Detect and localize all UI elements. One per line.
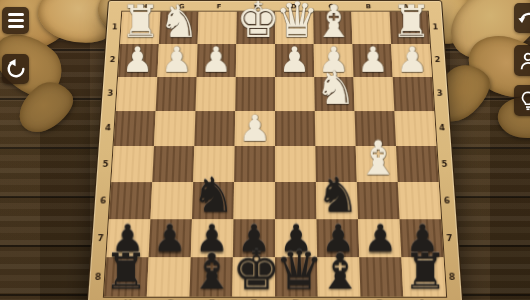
app-screen: HGFEDCBA 12345678 ♜♞♚♛♝♜♟♟♟♟♟♟♟♞♟♝♞♞♟♟♟♟…	[0, 0, 530, 300]
square-d4[interactable]	[275, 111, 315, 146]
black-queen-piece[interactable]: ♛	[275, 243, 318, 297]
square-h6[interactable]	[109, 182, 152, 219]
black-pawn-piece[interactable]: ♟	[359, 220, 401, 258]
square-h3[interactable]	[116, 77, 157, 111]
square-e6[interactable]	[233, 182, 275, 219]
square-h5[interactable]	[111, 146, 154, 182]
white-pawn-piece[interactable]: ♟	[393, 42, 432, 77]
redo-arrow-icon	[517, 7, 530, 29]
white-pawn-piece[interactable]: ♟	[353, 42, 392, 77]
chess-board[interactable]: HGFEDCBA 12345678 ♜♞♚♛♝♜♟♟♟♟♟♟♟♞♟♝♞♞♟♟♟♟…	[86, 0, 464, 300]
white-bishop-piece[interactable]: ♝	[357, 135, 398, 182]
white-pawn-piece[interactable]: ♟	[235, 110, 275, 146]
person-icon	[517, 50, 530, 72]
square-c4[interactable]	[315, 111, 356, 146]
black-king-piece[interactable]: ♚	[232, 243, 275, 297]
white-rook-piece[interactable]: ♜	[391, 0, 430, 44]
square-b7[interactable]: ♟	[358, 219, 401, 257]
square-e4[interactable]: ♟	[235, 111, 275, 146]
square-g5[interactable]	[152, 146, 194, 182]
square-b3[interactable]	[353, 77, 394, 111]
black-pawn-piece[interactable]: ♟	[149, 220, 191, 258]
white-king-piece[interactable]: ♚	[236, 0, 275, 44]
square-e5[interactable]	[234, 146, 275, 182]
square-a3[interactable]	[393, 77, 434, 111]
square-e1[interactable]: ♚	[236, 12, 275, 44]
white-pawn-piece[interactable]: ♟	[118, 42, 157, 77]
square-d2[interactable]: ♟	[275, 44, 314, 77]
square-e8[interactable]: ♚	[232, 257, 275, 296]
square-g6[interactable]	[150, 182, 193, 219]
undo-arrow-icon	[5, 58, 27, 80]
square-f4[interactable]	[194, 111, 235, 146]
hint-button[interactable]	[514, 85, 530, 116]
square-b2[interactable]: ♟	[352, 44, 392, 77]
rank-label-5: 5	[437, 146, 451, 182]
square-g4[interactable]	[154, 111, 195, 146]
board-squares: ♜♞♚♛♝♜♟♟♟♟♟♟♟♞♟♝♞♞♟♟♟♟♟♟♟♟♜♝♚♛♝♜	[103, 11, 447, 298]
square-h4[interactable]	[114, 111, 156, 146]
black-knight-piece[interactable]: ♞	[192, 171, 234, 219]
file-label-b: B	[350, 2, 388, 10]
square-d8[interactable]: ♛	[275, 257, 318, 296]
square-g2[interactable]: ♟	[157, 44, 197, 77]
white-pawn-piece[interactable]: ♟	[275, 42, 314, 77]
black-bishop-piece[interactable]: ♝	[189, 247, 232, 297]
rank-label-4: 4	[435, 111, 449, 146]
square-c8[interactable]: ♝	[317, 257, 360, 296]
square-d5[interactable]	[275, 146, 316, 182]
square-a6[interactable]	[398, 182, 441, 219]
rank-label-2: 2	[431, 43, 445, 76]
board-frame: HGFEDCBA 12345678 ♜♞♚♛♝♜♟♟♟♟♟♟♟♞♟♝♞♞♟♟♟♟…	[86, 0, 464, 300]
square-g8[interactable]	[147, 257, 191, 296]
square-g7[interactable]: ♟	[149, 219, 192, 257]
hamburger-menu-icon	[8, 13, 24, 28]
black-bishop-piece[interactable]: ♝	[318, 247, 361, 297]
redo-button[interactable]	[514, 3, 530, 33]
square-a2[interactable]: ♟	[391, 44, 432, 77]
square-f8[interactable]: ♝	[189, 257, 232, 296]
black-rook-piece[interactable]: ♜	[104, 247, 147, 297]
white-pawn-piece[interactable]: ♟	[157, 42, 196, 77]
square-f6[interactable]: ♞	[192, 182, 234, 219]
square-b5[interactable]: ♝	[356, 146, 398, 182]
square-d3[interactable]	[275, 77, 315, 111]
square-a8[interactable]: ♜	[401, 257, 446, 296]
rank-label-6: 6	[440, 182, 454, 219]
square-h2[interactable]: ♟	[118, 44, 159, 77]
white-rook-piece[interactable]: ♜	[120, 0, 159, 44]
white-bishop-piece[interactable]: ♝	[314, 0, 353, 44]
black-rook-piece[interactable]: ♜	[403, 247, 446, 297]
square-a4[interactable]	[394, 111, 436, 146]
two-players-button[interactable]	[514, 45, 530, 76]
square-b8[interactable]	[359, 257, 403, 296]
square-a5[interactable]	[396, 146, 439, 182]
square-h8[interactable]: ♜	[104, 257, 149, 296]
square-e2[interactable]	[236, 44, 275, 77]
square-f2[interactable]: ♟	[197, 44, 237, 77]
square-b6[interactable]	[357, 182, 400, 219]
rank-label-3: 3	[433, 77, 447, 111]
white-knight-piece[interactable]: ♞	[315, 65, 355, 111]
square-f3[interactable]	[195, 77, 235, 111]
lightbulb-icon	[517, 90, 530, 112]
white-knight-piece[interactable]: ♞	[159, 0, 198, 44]
file-label-f: F	[200, 2, 238, 10]
square-g3[interactable]	[156, 77, 197, 111]
black-knight-piece[interactable]: ♞	[317, 171, 359, 219]
white-pawn-piece[interactable]: ♟	[197, 42, 236, 77]
white-queen-piece[interactable]: ♛	[275, 0, 314, 44]
square-d6[interactable]	[275, 182, 317, 219]
square-c6[interactable]: ♞	[316, 182, 358, 219]
square-c3[interactable]: ♞	[314, 77, 354, 111]
undo-button[interactable]	[2, 54, 29, 84]
menu-button[interactable]	[2, 7, 29, 34]
